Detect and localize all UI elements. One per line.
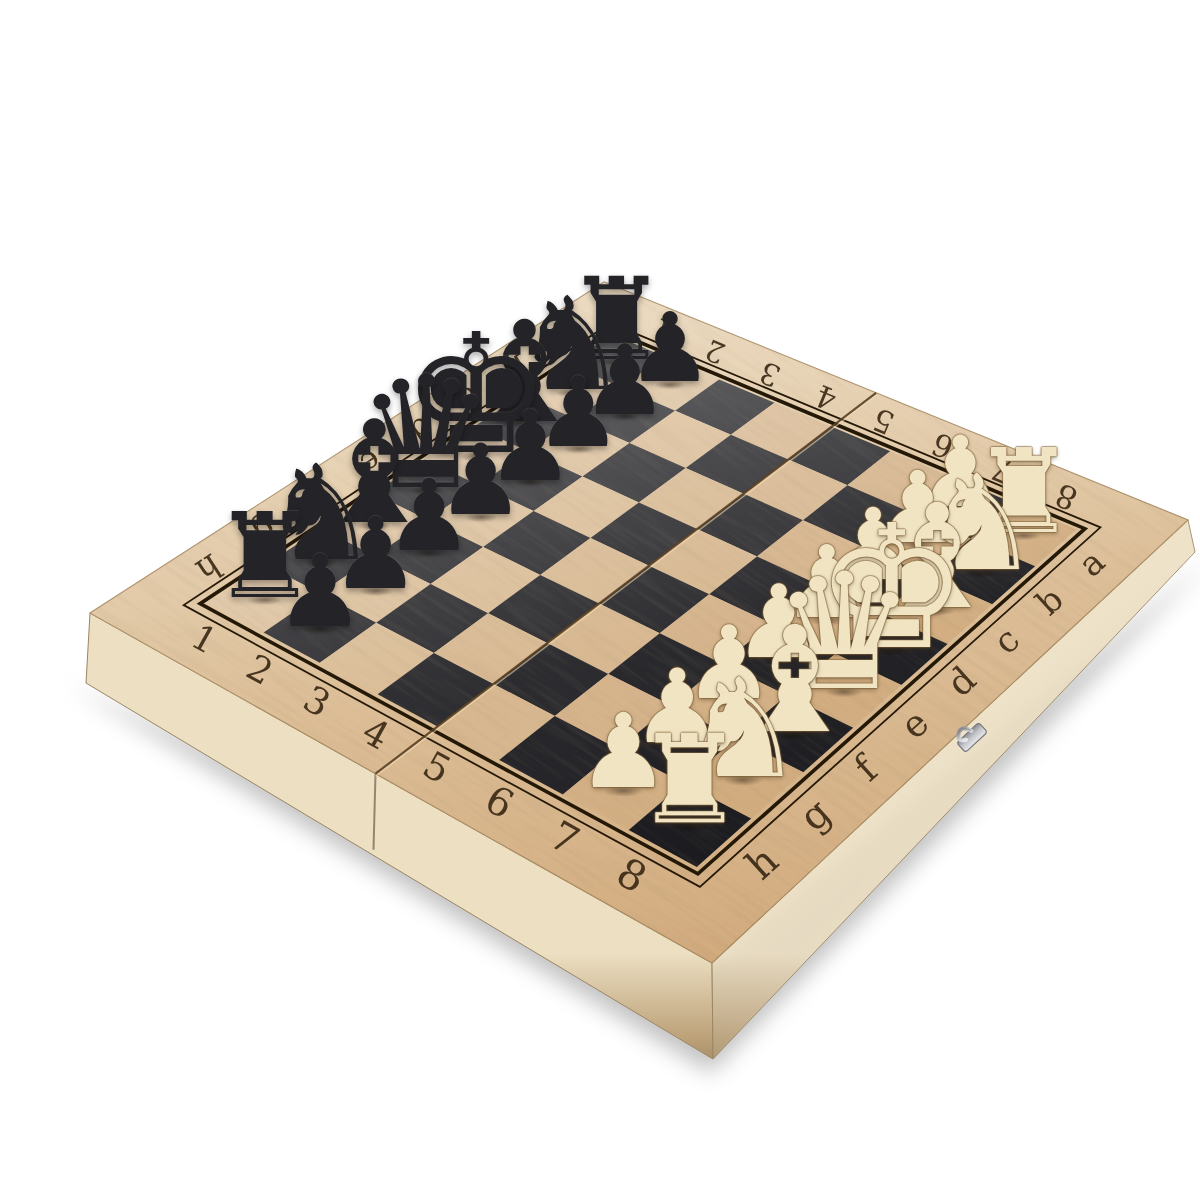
chess-board: 1122334455667788aabbccddeeffgghh — [0, 0, 1200, 1200]
chess-set-photo: 1122334455667788aabbccddeeffgghh ♜♟♞♟♝♟♚… — [0, 0, 1200, 1200]
